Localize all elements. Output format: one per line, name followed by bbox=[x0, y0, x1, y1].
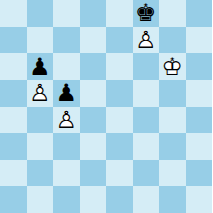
square-h7[interactable] bbox=[186, 27, 213, 54]
square-c3[interactable] bbox=[53, 133, 80, 160]
square-e2[interactable] bbox=[106, 160, 133, 187]
square-f7[interactable]: ♟♙ bbox=[133, 27, 160, 54]
black-pawn: ♟ bbox=[27, 54, 53, 80]
square-e6[interactable] bbox=[106, 53, 133, 80]
square-b3[interactable] bbox=[27, 133, 54, 160]
black-pawn: ♟ bbox=[53, 80, 79, 106]
square-c1[interactable] bbox=[53, 186, 80, 213]
square-f5[interactable] bbox=[133, 80, 160, 107]
square-e4[interactable] bbox=[106, 107, 133, 134]
square-a4[interactable] bbox=[0, 107, 27, 134]
square-d6[interactable] bbox=[80, 53, 107, 80]
square-a5[interactable] bbox=[0, 80, 27, 107]
square-a6[interactable] bbox=[0, 53, 27, 80]
square-a7[interactable] bbox=[0, 27, 27, 54]
square-a1[interactable] bbox=[0, 186, 27, 213]
square-d8[interactable] bbox=[80, 0, 107, 27]
square-c7[interactable] bbox=[53, 27, 80, 54]
square-e3[interactable] bbox=[106, 133, 133, 160]
square-c4[interactable]: ♟♙ bbox=[53, 107, 80, 134]
white-pawn: ♟♙ bbox=[133, 27, 159, 53]
square-b4[interactable] bbox=[27, 107, 54, 134]
white-pawn: ♟♙ bbox=[53, 107, 79, 133]
square-b2[interactable] bbox=[27, 160, 54, 187]
square-e7[interactable] bbox=[106, 27, 133, 54]
square-f2[interactable] bbox=[133, 160, 160, 187]
square-f1[interactable] bbox=[133, 186, 160, 213]
square-c8[interactable] bbox=[53, 0, 80, 27]
square-a2[interactable] bbox=[0, 160, 27, 187]
square-a8[interactable] bbox=[0, 0, 27, 27]
square-b7[interactable] bbox=[27, 27, 54, 54]
square-d2[interactable] bbox=[80, 160, 107, 187]
square-d7[interactable] bbox=[80, 27, 107, 54]
square-g3[interactable] bbox=[159, 133, 186, 160]
square-d1[interactable] bbox=[80, 186, 107, 213]
square-h2[interactable] bbox=[186, 160, 213, 187]
square-g6[interactable]: ♚♔ bbox=[159, 53, 186, 80]
square-d4[interactable] bbox=[80, 107, 107, 134]
square-f6[interactable] bbox=[133, 53, 160, 80]
square-f8[interactable]: ♚ bbox=[133, 0, 160, 27]
square-c6[interactable] bbox=[53, 53, 80, 80]
square-g1[interactable] bbox=[159, 186, 186, 213]
square-f3[interactable] bbox=[133, 133, 160, 160]
square-g5[interactable] bbox=[159, 80, 186, 107]
chess-board: ♚♟♙♟♚♔♟♙♟♟♙ bbox=[0, 0, 212, 213]
black-king: ♚ bbox=[133, 0, 159, 26]
square-b5[interactable]: ♟♙ bbox=[27, 80, 54, 107]
white-king: ♚♔ bbox=[159, 54, 185, 80]
square-h6[interactable] bbox=[186, 53, 213, 80]
square-b8[interactable] bbox=[27, 0, 54, 27]
square-d5[interactable] bbox=[80, 80, 107, 107]
square-c5[interactable]: ♟ bbox=[53, 80, 80, 107]
square-e8[interactable] bbox=[106, 0, 133, 27]
square-g4[interactable] bbox=[159, 107, 186, 134]
square-c2[interactable] bbox=[53, 160, 80, 187]
square-b6[interactable]: ♟ bbox=[27, 53, 54, 80]
square-h8[interactable] bbox=[186, 0, 213, 27]
square-h4[interactable] bbox=[186, 107, 213, 134]
square-h1[interactable] bbox=[186, 186, 213, 213]
square-g8[interactable] bbox=[159, 0, 186, 27]
square-g7[interactable] bbox=[159, 27, 186, 54]
square-h3[interactable] bbox=[186, 133, 213, 160]
square-e5[interactable] bbox=[106, 80, 133, 107]
square-e1[interactable] bbox=[106, 186, 133, 213]
square-f4[interactable] bbox=[133, 107, 160, 134]
white-pawn: ♟♙ bbox=[27, 80, 53, 106]
square-d3[interactable] bbox=[80, 133, 107, 160]
square-h5[interactable] bbox=[186, 80, 213, 107]
square-g2[interactable] bbox=[159, 160, 186, 187]
square-b1[interactable] bbox=[27, 186, 54, 213]
square-a3[interactable] bbox=[0, 133, 27, 160]
